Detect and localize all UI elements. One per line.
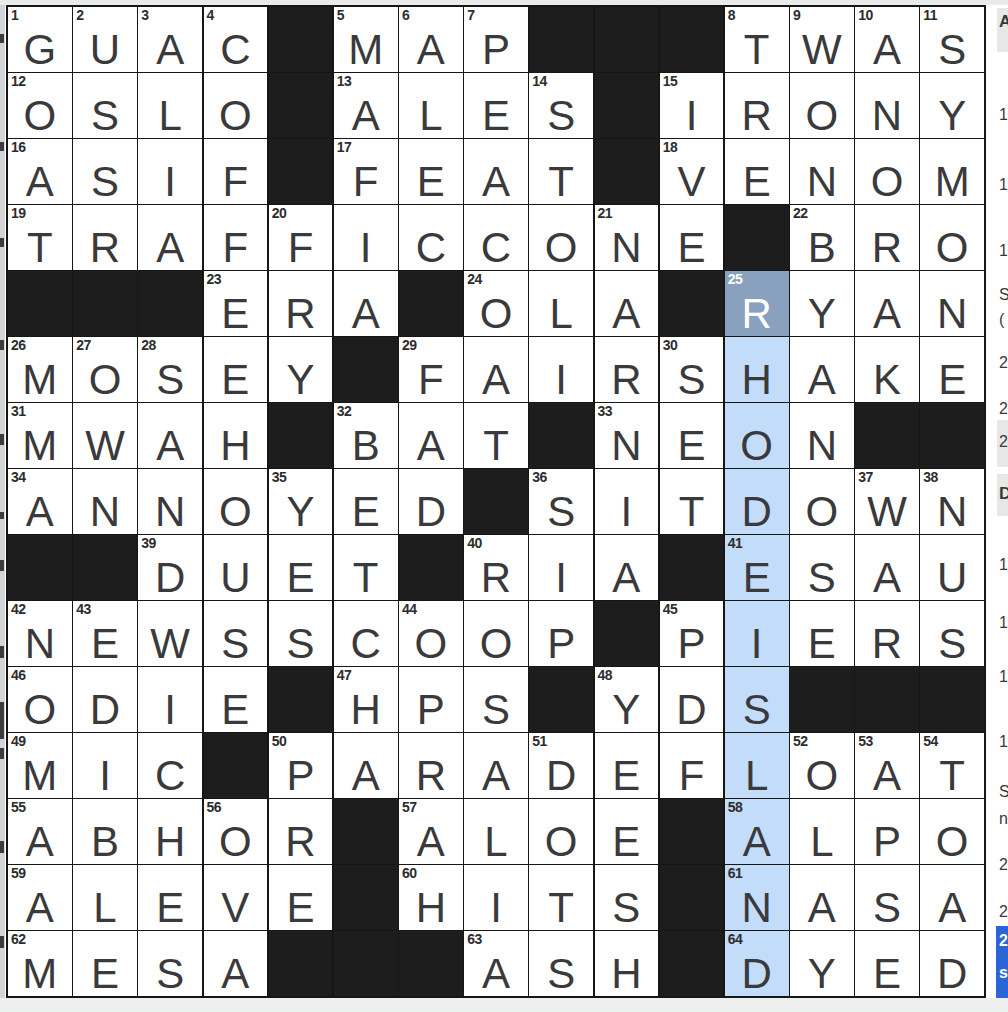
cell-r9c15[interactable]: U (920, 535, 984, 600)
cell-r5c10[interactable]: A (595, 271, 659, 336)
cell-r11c8[interactable]: S (464, 667, 528, 732)
cell-r15c13[interactable]: Y (790, 931, 854, 996)
cell-r3c4[interactable]: F (204, 139, 268, 204)
cell-letter: A (138, 425, 202, 467)
cell-r7c13[interactable]: N (790, 403, 854, 468)
cell-letter: R (269, 821, 333, 863)
cell-r2c3[interactable]: L (138, 73, 202, 138)
cell-letter: E (269, 887, 333, 929)
cell-letter: O (855, 161, 919, 203)
cell-r6c14[interactable]: K (855, 337, 919, 402)
clue-text-fragment (0, 512, 4, 519)
cell-r14c2[interactable]: L (73, 865, 137, 930)
block-r15c7 (399, 931, 463, 996)
cell-r6c10[interactable]: R (595, 337, 659, 402)
cell-r13c7[interactable]: 57A (399, 799, 463, 864)
cell-letter: O (399, 623, 463, 665)
cell-r7c6[interactable]: 32B (334, 403, 398, 468)
cell-r9c4[interactable]: U (204, 535, 268, 600)
cell-r1c4[interactable]: 4C (204, 7, 268, 72)
clue-number: 50 (272, 734, 287, 749)
cell-letter: P (269, 755, 333, 797)
cell-letter: S (269, 623, 333, 665)
clue-number: 62 (11, 932, 26, 947)
cell-letter: M (8, 755, 72, 797)
cell-letter: G (8, 29, 72, 71)
cell-r3c12[interactable]: E (725, 139, 789, 204)
cell-r10c3[interactable]: W (138, 601, 202, 666)
cell-r8c14[interactable]: 37W (855, 469, 919, 534)
cell-r8c11[interactable]: T (660, 469, 724, 534)
cell-r4c11[interactable]: E (660, 205, 724, 270)
cell-r1c15[interactable]: 11S (920, 7, 984, 72)
cell-r3c2[interactable]: S (73, 139, 137, 204)
cell-letter: S (855, 887, 919, 929)
clue-number: 54 (923, 734, 938, 749)
cell-r6c9[interactable]: I (529, 337, 593, 402)
cell-r13c2[interactable]: B (73, 799, 137, 864)
cell-r2c8[interactable]: E (464, 73, 528, 138)
cell-r5c4[interactable]: 23E (204, 271, 268, 336)
cell-letter: A (8, 161, 72, 203)
cell-r13c1[interactable]: 55A (8, 799, 72, 864)
cell-r12c3[interactable]: C (138, 733, 202, 798)
cell-letter: D (725, 953, 789, 995)
cell-r10c1[interactable]: 42N (8, 601, 72, 666)
cell-r10c6[interactable]: C (334, 601, 398, 666)
down-clue-fragment: S (999, 783, 1008, 801)
cell-letter: E (790, 623, 854, 665)
cell-r15c9[interactable]: S (529, 931, 593, 996)
cell-r6c15[interactable]: E (920, 337, 984, 402)
cell-r10c14[interactable]: R (855, 601, 919, 666)
cell-letter: N (595, 425, 659, 467)
cell-r7c1[interactable]: 31M (8, 403, 72, 468)
cell-r13c12[interactable]: 58A (725, 799, 789, 864)
selected-clue-item[interactable]: 2s (996, 926, 1008, 999)
clue-number: 15 (663, 74, 678, 89)
cell-r9c5[interactable]: E (269, 535, 333, 600)
cell-letter: A (464, 161, 528, 203)
clue-text-fragment (0, 34, 4, 43)
cell-r15c15[interactable]: D (920, 931, 984, 996)
clue-number: 17 (337, 140, 352, 155)
cell-r9c3[interactable]: 39D (138, 535, 202, 600)
cell-r4c2[interactable]: R (73, 205, 137, 270)
cell-r12c2[interactable]: I (73, 733, 137, 798)
cell-r11c1[interactable]: 46O (8, 667, 72, 732)
block-r11c9 (529, 667, 593, 732)
cell-r4c4[interactable]: F (204, 205, 268, 270)
cell-r13c8[interactable]: L (464, 799, 528, 864)
cell-r2c9[interactable]: 14S (529, 73, 593, 138)
cell-r1c7[interactable]: 6A (399, 7, 463, 72)
cell-r12c12[interactable]: L (725, 733, 789, 798)
across-clue-fragment: 2 (999, 354, 1008, 372)
cell-r11c6[interactable]: 47H (334, 667, 398, 732)
block-r2c5 (269, 73, 333, 138)
cell-r4c7[interactable]: C (399, 205, 463, 270)
cell-r15c2[interactable]: E (73, 931, 137, 996)
cell-r2c11[interactable]: 15I (660, 73, 724, 138)
cell-letter: E (920, 359, 984, 401)
cell-r15c12[interactable]: 64D (725, 931, 789, 996)
clue-number: 57 (402, 800, 417, 815)
cell-r7c7[interactable]: A (399, 403, 463, 468)
cell-r3c1[interactable]: 16A (8, 139, 72, 204)
cell-letter: O (204, 821, 268, 863)
cell-r5c9[interactable]: L (529, 271, 593, 336)
across-clue-fragment: S (999, 286, 1008, 304)
cell-r14c14[interactable]: S (855, 865, 919, 930)
clue-number: 12 (11, 74, 26, 89)
cell-r9c6[interactable]: T (334, 535, 398, 600)
cell-r11c11[interactable]: D (660, 667, 724, 732)
cell-r8c5[interactable]: 35Y (269, 469, 333, 534)
cell-r9c13[interactable]: S (790, 535, 854, 600)
cell-r5c6[interactable]: A (334, 271, 398, 336)
cell-letter: P (399, 689, 463, 731)
cell-letter: D (529, 755, 593, 797)
cell-letter: S (138, 953, 202, 995)
cell-r3c6[interactable]: 17F (334, 139, 398, 204)
cell-letter: O (464, 293, 528, 335)
cell-letter: M (8, 359, 72, 401)
cell-r1c1[interactable]: 1G (8, 7, 72, 72)
cell-r14c10[interactable]: S (595, 865, 659, 930)
cell-r15c8[interactable]: 63A (464, 931, 528, 996)
cell-letter: T (334, 557, 398, 599)
cell-r2c1[interactable]: 12O (8, 73, 72, 138)
cell-r10c7[interactable]: 44O (399, 601, 463, 666)
block-r15c6 (334, 931, 398, 996)
cell-letter: E (725, 557, 789, 599)
cell-r12c10[interactable]: E (595, 733, 659, 798)
cell-r6c3[interactable]: 28S (138, 337, 202, 402)
cell-letter: V (660, 161, 724, 203)
cell-letter: E (204, 359, 268, 401)
cell-r15c1[interactable]: 62M (8, 931, 72, 996)
block-r10c10 (595, 601, 659, 666)
cell-letter: A (334, 293, 398, 335)
cell-r2c12[interactable]: R (725, 73, 789, 138)
cell-letter: Y (269, 491, 333, 533)
cell-letter: L (464, 821, 528, 863)
cell-r13c13[interactable]: L (790, 799, 854, 864)
cell-r9c10[interactable]: A (595, 535, 659, 600)
cell-r10c12[interactable]: I (725, 601, 789, 666)
cell-letter: W (73, 425, 137, 467)
cell-r4c10[interactable]: 21N (595, 205, 659, 270)
cell-letter: R (269, 293, 333, 335)
clue-number: 30 (663, 338, 678, 353)
down-clue-fragment: 2 (999, 903, 1008, 921)
down-clue-fragment: 1 (999, 668, 1008, 686)
cell-r8c2[interactable]: N (73, 469, 137, 534)
cell-r7c4[interactable]: H (204, 403, 268, 468)
cell-letter: H (399, 887, 463, 929)
cell-r3c13[interactable]: N (790, 139, 854, 204)
crossing-clue-fragment: 2 (999, 433, 1008, 451)
block-r6c6 (334, 337, 398, 402)
cell-letter: O (529, 227, 593, 269)
cell-r7c8[interactable]: T (464, 403, 528, 468)
clue-number: 10 (858, 8, 873, 23)
cell-r13c14[interactable]: P (855, 799, 919, 864)
across-header-label: A (999, 13, 1008, 32)
cell-r1c6[interactable]: 5M (334, 7, 398, 72)
cell-r8c9[interactable]: 36S (529, 469, 593, 534)
clue-number: 52 (793, 734, 808, 749)
cell-r8c6[interactable]: E (334, 469, 398, 534)
cell-r11c12[interactable]: S (725, 667, 789, 732)
cell-r14c8[interactable]: I (464, 865, 528, 930)
cell-r8c15[interactable]: 38N (920, 469, 984, 534)
cell-r6c2[interactable]: 27O (73, 337, 137, 402)
cell-r7c3[interactable]: A (138, 403, 202, 468)
cell-r7c10[interactable]: 33N (595, 403, 659, 468)
cell-r13c10[interactable]: E (595, 799, 659, 864)
cell-r6c5[interactable]: Y (269, 337, 333, 402)
cell-letter: A (595, 557, 659, 599)
cell-r15c3[interactable]: S (138, 931, 202, 996)
cell-r12c1[interactable]: 49M (8, 733, 72, 798)
cell-r11c10[interactable]: 48Y (595, 667, 659, 732)
left-clue-panel-cutoff (0, 5, 5, 998)
cell-r14c5[interactable]: E (269, 865, 333, 930)
cell-r8c4[interactable]: O (204, 469, 268, 534)
cell-r8c7[interactable]: D (399, 469, 463, 534)
cell-letter: I (529, 557, 593, 599)
down-clue-fragment: 1 (999, 556, 1008, 574)
cell-r12c11[interactable]: F (660, 733, 724, 798)
cell-r8c13[interactable]: O (790, 469, 854, 534)
block-r5c7 (399, 271, 463, 336)
cell-r12c7[interactable]: R (399, 733, 463, 798)
cell-r9c8[interactable]: 40R (464, 535, 528, 600)
cell-letter: N (790, 425, 854, 467)
cell-r14c13[interactable]: A (790, 865, 854, 930)
cell-r11c4[interactable]: E (204, 667, 268, 732)
cell-r13c5[interactable]: R (269, 799, 333, 864)
cell-r2c2[interactable]: S (73, 73, 137, 138)
cell-letter: R (464, 557, 528, 599)
clue-number: 33 (598, 404, 613, 419)
cell-letter: E (399, 161, 463, 203)
cell-letter: D (399, 491, 463, 533)
clue-number: 22 (793, 206, 808, 221)
cell-r15c10[interactable]: H (595, 931, 659, 996)
cell-r5c12[interactable]: 25R (725, 271, 789, 336)
cell-r12c14[interactable]: 53A (855, 733, 919, 798)
cell-r7c11[interactable]: E (660, 403, 724, 468)
cell-r12c15[interactable]: 54T (920, 733, 984, 798)
cell-r10c8[interactable]: O (464, 601, 528, 666)
cell-r12c9[interactable]: 51D (529, 733, 593, 798)
cell-letter: U (920, 557, 984, 599)
cell-letter: Y (790, 953, 854, 995)
cell-r14c4[interactable]: V (204, 865, 268, 930)
cell-r4c1[interactable]: 19T (8, 205, 72, 270)
cell-r4c6[interactable]: I (334, 205, 398, 270)
cell-r3c15[interactable]: M (920, 139, 984, 204)
cell-r14c1[interactable]: 59A (8, 865, 72, 930)
cell-r9c9[interactable]: I (529, 535, 593, 600)
clue-number: 63 (467, 932, 482, 947)
cell-r10c2[interactable]: 43E (73, 601, 137, 666)
cell-r1c3[interactable]: 3A (138, 7, 202, 72)
cell-r14c7[interactable]: 60H (399, 865, 463, 930)
block-r8c8 (464, 469, 528, 534)
cell-r3c3[interactable]: I (138, 139, 202, 204)
cell-letter: D (138, 557, 202, 599)
cell-letter: A (138, 227, 202, 269)
cell-r6c8[interactable]: A (464, 337, 528, 402)
cell-r13c3[interactable]: H (138, 799, 202, 864)
clue-number: 3 (141, 8, 148, 23)
cell-letter: V (204, 887, 268, 929)
clue-number: 44 (402, 602, 417, 617)
cell-r10c4[interactable]: S (204, 601, 268, 666)
cell-r5c5[interactable]: R (269, 271, 333, 336)
cell-letter: C (138, 755, 202, 797)
cell-letter: W (790, 29, 854, 71)
cell-r3c8[interactable]: A (464, 139, 528, 204)
clue-number: 31 (11, 404, 26, 419)
cell-r15c14[interactable]: E (855, 931, 919, 996)
clue-number: 55 (11, 800, 26, 815)
cell-r10c15[interactable]: S (920, 601, 984, 666)
block-r11c15 (920, 667, 984, 732)
cell-r1c14[interactable]: 10A (855, 7, 919, 72)
cell-r11c2[interactable]: D (73, 667, 137, 732)
clue-number: 39 (141, 536, 156, 551)
cell-letter: Y (790, 293, 854, 335)
cell-r4c3[interactable]: A (138, 205, 202, 270)
cell-letter: M (920, 161, 984, 203)
cell-r14c15[interactable]: A (920, 865, 984, 930)
clue-number: 20 (272, 206, 287, 221)
cell-r12c5[interactable]: 50P (269, 733, 333, 798)
cell-r4c5[interactable]: 20F (269, 205, 333, 270)
clue-number: 56 (207, 800, 222, 815)
cell-r6c1[interactable]: 26M (8, 337, 72, 402)
cell-r3c9[interactable]: T (529, 139, 593, 204)
cell-letter: C (334, 623, 398, 665)
cell-r4c9[interactable]: O (529, 205, 593, 270)
cell-r1c8[interactable]: 7P (464, 7, 528, 72)
cell-r14c9[interactable]: T (529, 865, 593, 930)
block-r13c11 (660, 799, 724, 864)
cell-r10c13[interactable]: E (790, 601, 854, 666)
cell-r7c2[interactable]: W (73, 403, 137, 468)
cell-r5c13[interactable]: Y (790, 271, 854, 336)
block-r13c6 (334, 799, 398, 864)
cell-r2c14[interactable]: N (855, 73, 919, 138)
cell-r6c7[interactable]: 29F (399, 337, 463, 402)
cell-r13c15[interactable]: O (920, 799, 984, 864)
cell-r2c15[interactable]: Y (920, 73, 984, 138)
cell-letter: A (464, 359, 528, 401)
clue-number: 8 (728, 8, 735, 23)
cell-r10c9[interactable]: P (529, 601, 593, 666)
cell-letter: N (920, 293, 984, 335)
cell-r14c12[interactable]: 61N (725, 865, 789, 930)
cell-r4c8[interactable]: C (464, 205, 528, 270)
cell-r2c4[interactable]: O (204, 73, 268, 138)
clue-number: 13 (337, 74, 352, 89)
cell-r7c12[interactable]: O (725, 403, 789, 468)
clue-number: 53 (858, 734, 873, 749)
cell-r1c13[interactable]: 9W (790, 7, 854, 72)
cell-r11c7[interactable]: P (399, 667, 463, 732)
cell-letter: E (660, 425, 724, 467)
cell-r4c13[interactable]: 22B (790, 205, 854, 270)
cell-r15c4[interactable]: A (204, 931, 268, 996)
cell-letter: L (529, 293, 593, 335)
cell-r4c15[interactable]: O (920, 205, 984, 270)
cell-r3c7[interactable]: E (399, 139, 463, 204)
cell-letter: E (334, 491, 398, 533)
cell-letter: E (138, 887, 202, 929)
cell-r3c11[interactable]: 18V (660, 139, 724, 204)
clue-number: 37 (858, 470, 873, 485)
cell-r2c7[interactable]: L (399, 73, 463, 138)
cell-r12c13[interactable]: 52O (790, 733, 854, 798)
cell-letter: N (790, 161, 854, 203)
clue-number: 25 (728, 272, 743, 287)
cell-r5c14[interactable]: A (855, 271, 919, 336)
cell-r12c6[interactable]: A (334, 733, 398, 798)
cell-r13c9[interactable]: O (529, 799, 593, 864)
cell-r6c11[interactable]: 30S (660, 337, 724, 402)
cell-r14c3[interactable]: E (138, 865, 202, 930)
cell-r6c4[interactable]: E (204, 337, 268, 402)
cell-r6c13[interactable]: A (790, 337, 854, 402)
cell-r8c10[interactable]: I (595, 469, 659, 534)
cell-r10c5[interactable]: S (269, 601, 333, 666)
cell-r12c8[interactable]: A (464, 733, 528, 798)
cell-r8c12[interactable]: D (725, 469, 789, 534)
across-clue-fragment: ( (999, 311, 1008, 329)
cell-r10c11[interactable]: 45P (660, 601, 724, 666)
cell-letter: S (725, 689, 789, 731)
cell-letter: A (334, 755, 398, 797)
cell-r3c14[interactable]: O (855, 139, 919, 204)
block-r9c7 (399, 535, 463, 600)
cell-r8c1[interactable]: 34A (8, 469, 72, 534)
block-r5c2 (73, 271, 137, 336)
cell-r4c14[interactable]: R (855, 205, 919, 270)
cell-r9c14[interactable]: A (855, 535, 919, 600)
cell-letter: S (529, 491, 593, 533)
block-r1c9 (529, 7, 593, 72)
cell-r9c12[interactable]: 41E (725, 535, 789, 600)
cell-r1c12[interactable]: 8T (725, 7, 789, 72)
cell-r5c15[interactable]: N (920, 271, 984, 336)
cell-r2c13[interactable]: O (790, 73, 854, 138)
cell-letter: F (334, 161, 398, 203)
block-r9c11 (660, 535, 724, 600)
cell-r11c3[interactable]: I (138, 667, 202, 732)
cell-r6c12[interactable]: H (725, 337, 789, 402)
cell-r2c6[interactable]: 13A (334, 73, 398, 138)
cell-r5c8[interactable]: 24O (464, 271, 528, 336)
cell-r8c3[interactable]: N (138, 469, 202, 534)
cell-letter: O (790, 755, 854, 797)
cell-r13c4[interactable]: 56O (204, 799, 268, 864)
cell-r1c2[interactable]: 2U (73, 7, 137, 72)
